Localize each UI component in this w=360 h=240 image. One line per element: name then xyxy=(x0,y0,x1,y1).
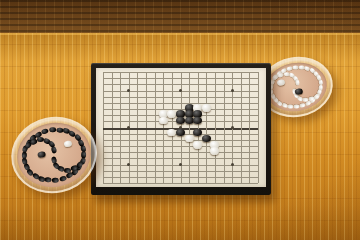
bamboo-mat-top-band xyxy=(0,0,360,33)
black-stone[interactable] xyxy=(193,129,202,136)
black-stone-bowl[interactable] xyxy=(4,109,104,201)
board-grid[interactable] xyxy=(103,72,259,184)
grid-line xyxy=(241,72,242,183)
white-stone[interactable] xyxy=(193,141,202,148)
grid-line xyxy=(103,177,258,178)
white-stone[interactable] xyxy=(210,147,219,154)
grid-line xyxy=(249,72,250,183)
star-point xyxy=(179,89,182,92)
star-point xyxy=(127,89,130,92)
bamboo-mat xyxy=(0,0,360,240)
star-point xyxy=(231,126,234,129)
grid-line xyxy=(258,72,259,183)
white-stone[interactable] xyxy=(185,135,194,142)
star-point xyxy=(179,163,182,166)
grid-line xyxy=(103,140,258,141)
black-stone[interactable] xyxy=(176,117,185,124)
grid-line xyxy=(103,171,258,172)
black-stone[interactable] xyxy=(176,129,185,136)
grid-line xyxy=(103,158,258,159)
black-stone[interactable] xyxy=(193,117,202,124)
white-stone[interactable] xyxy=(159,117,168,124)
go-board[interactable] xyxy=(91,63,271,195)
board-face xyxy=(96,68,266,187)
grid-line xyxy=(103,146,258,147)
star-point xyxy=(231,163,234,166)
black-stone[interactable] xyxy=(202,135,211,142)
white-stone[interactable] xyxy=(202,104,211,111)
star-point xyxy=(127,163,130,166)
grid-line xyxy=(189,72,190,183)
grid-line xyxy=(103,183,258,184)
grid-line xyxy=(206,72,207,183)
grid-line xyxy=(198,72,199,183)
white-bowl-stone[interactable] xyxy=(293,104,299,109)
star-point xyxy=(231,89,234,92)
black-bowl-stone[interactable] xyxy=(64,167,71,172)
grid-line xyxy=(215,72,216,183)
black-bowl-stone[interactable] xyxy=(22,152,27,159)
grid-line xyxy=(103,152,258,153)
grid-line xyxy=(224,72,225,183)
